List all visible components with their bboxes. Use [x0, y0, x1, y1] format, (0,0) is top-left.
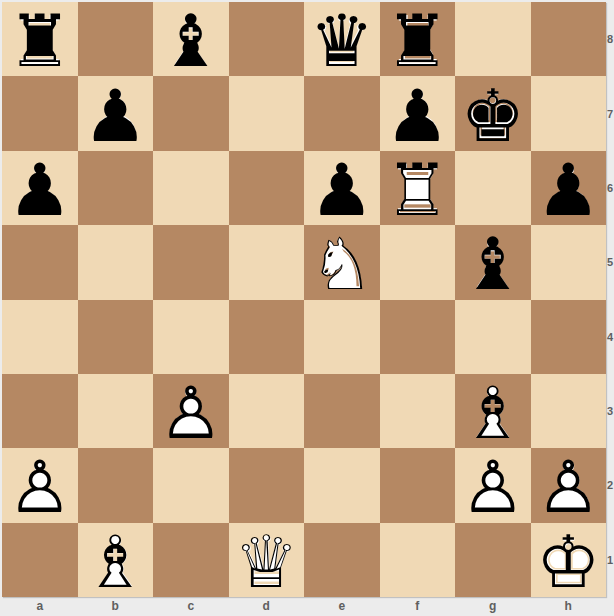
- rank-label-8: 8: [606, 2, 614, 76]
- square-g7[interactable]: ♚︎♚︎: [455, 76, 531, 150]
- square-a6[interactable]: ♟︎♟︎: [2, 151, 78, 225]
- piece-black-queen[interactable]: ♛︎♛︎: [304, 2, 380, 76]
- rank-label-3: 3: [606, 374, 614, 448]
- file-label-g: g: [455, 597, 531, 616]
- board-frame: ♜︎♜︎♝︎♝︎♛︎♛︎♜︎♜︎♟︎♟︎♟︎♟︎♚︎♚︎♟︎♟︎♟︎♟︎♜︎♖︎…: [0, 0, 614, 616]
- file-label-d: d: [229, 597, 305, 616]
- piece-black-pawn[interactable]: ♟︎♟︎: [531, 151, 607, 225]
- piece-white-rook[interactable]: ♜︎♖︎: [380, 151, 456, 225]
- square-c3[interactable]: ♟︎♙︎: [153, 374, 229, 448]
- rank-label-6: 6: [606, 151, 614, 225]
- file-label-b: b: [78, 597, 154, 616]
- square-e6[interactable]: ♟︎♟︎: [304, 151, 380, 225]
- piece-black-pawn[interactable]: ♟︎♟︎: [380, 76, 456, 150]
- piece-white-king[interactable]: ♚︎♔︎: [531, 523, 607, 597]
- piece-black-bishop[interactable]: ♝︎♝︎: [455, 225, 531, 299]
- square-f2[interactable]: [380, 448, 456, 522]
- square-c8[interactable]: ♝︎♝︎: [153, 2, 229, 76]
- square-g5[interactable]: ♝︎♝︎: [455, 225, 531, 299]
- piece-white-pawn[interactable]: ♟︎♙︎: [2, 448, 78, 522]
- piece-white-bishop[interactable]: ♝︎♗︎: [455, 374, 531, 448]
- square-d8[interactable]: [229, 2, 305, 76]
- piece-white-pawn[interactable]: ♟︎♙︎: [455, 448, 531, 522]
- square-f7[interactable]: ♟︎♟︎: [380, 76, 456, 150]
- square-f4[interactable]: [380, 300, 456, 374]
- square-f5[interactable]: [380, 225, 456, 299]
- square-g8[interactable]: [455, 2, 531, 76]
- piece-white-pawn[interactable]: ♟︎♙︎: [531, 448, 607, 522]
- file-label-a: a: [2, 597, 78, 616]
- square-a1[interactable]: [2, 523, 78, 597]
- square-a8[interactable]: ♜︎♜︎: [2, 2, 78, 76]
- square-h6[interactable]: ♟︎♟︎: [531, 151, 607, 225]
- piece-black-pawn[interactable]: ♟︎♟︎: [2, 151, 78, 225]
- square-d7[interactable]: [229, 76, 305, 150]
- square-d1[interactable]: ♛︎♕︎: [229, 523, 305, 597]
- square-d4[interactable]: [229, 300, 305, 374]
- square-h3[interactable]: [531, 374, 607, 448]
- piece-black-rook[interactable]: ♜︎♜︎: [380, 2, 456, 76]
- square-a5[interactable]: [2, 225, 78, 299]
- square-b3[interactable]: [78, 374, 154, 448]
- square-c7[interactable]: [153, 76, 229, 150]
- square-f1[interactable]: [380, 523, 456, 597]
- chess-board: ♜︎♜︎♝︎♝︎♛︎♛︎♜︎♜︎♟︎♟︎♟︎♟︎♚︎♚︎♟︎♟︎♟︎♟︎♜︎♖︎…: [2, 2, 606, 597]
- square-h8[interactable]: [531, 2, 607, 76]
- rank-label-4: 4: [606, 300, 614, 374]
- square-c6[interactable]: [153, 151, 229, 225]
- file-label-e: e: [304, 597, 380, 616]
- piece-black-rook[interactable]: ♜︎♜︎: [2, 2, 78, 76]
- rank-coordinates: 87654321: [606, 2, 614, 597]
- rank-label-1: 1: [606, 523, 614, 597]
- square-c1[interactable]: [153, 523, 229, 597]
- piece-black-king[interactable]: ♚︎♚︎: [455, 76, 531, 150]
- square-c2[interactable]: [153, 448, 229, 522]
- square-a2[interactable]: ♟︎♙︎: [2, 448, 78, 522]
- square-e3[interactable]: [304, 374, 380, 448]
- square-e8[interactable]: ♛︎♛︎: [304, 2, 380, 76]
- square-h1[interactable]: ♚︎♔︎: [531, 523, 607, 597]
- square-a4[interactable]: [2, 300, 78, 374]
- square-b5[interactable]: [78, 225, 154, 299]
- square-c5[interactable]: [153, 225, 229, 299]
- file-label-c: c: [153, 597, 229, 616]
- piece-white-pawn[interactable]: ♟︎♙︎: [153, 374, 229, 448]
- piece-white-queen[interactable]: ♛︎♕︎: [229, 523, 305, 597]
- file-label-f: f: [380, 597, 456, 616]
- square-h5[interactable]: [531, 225, 607, 299]
- square-h7[interactable]: [531, 76, 607, 150]
- square-h4[interactable]: [531, 300, 607, 374]
- rank-label-5: 5: [606, 225, 614, 299]
- square-a3[interactable]: [2, 374, 78, 448]
- square-d5[interactable]: [229, 225, 305, 299]
- square-g6[interactable]: [455, 151, 531, 225]
- square-c4[interactable]: [153, 300, 229, 374]
- square-b7[interactable]: ♟︎♟︎: [78, 76, 154, 150]
- square-b6[interactable]: [78, 151, 154, 225]
- rank-label-2: 2: [606, 448, 614, 522]
- square-e4[interactable]: [304, 300, 380, 374]
- piece-white-bishop[interactable]: ♝︎♗︎: [78, 523, 154, 597]
- square-f6[interactable]: ♜︎♖︎: [380, 151, 456, 225]
- square-e1[interactable]: [304, 523, 380, 597]
- square-e2[interactable]: [304, 448, 380, 522]
- square-d2[interactable]: [229, 448, 305, 522]
- square-d6[interactable]: [229, 151, 305, 225]
- square-g2[interactable]: ♟︎♙︎: [455, 448, 531, 522]
- square-b4[interactable]: [78, 300, 154, 374]
- square-e5[interactable]: ♞︎♘︎: [304, 225, 380, 299]
- square-b8[interactable]: [78, 2, 154, 76]
- square-e7[interactable]: [304, 76, 380, 150]
- square-d3[interactable]: [229, 374, 305, 448]
- file-label-h: h: [531, 597, 607, 616]
- square-g1[interactable]: [455, 523, 531, 597]
- piece-black-pawn[interactable]: ♟︎♟︎: [304, 151, 380, 225]
- piece-white-knight[interactable]: ♞︎♘︎: [304, 225, 380, 299]
- piece-black-pawn[interactable]: ♟︎♟︎: [78, 76, 154, 150]
- square-f3[interactable]: [380, 374, 456, 448]
- file-coordinates: abcdefgh: [2, 597, 606, 616]
- rank-label-7: 7: [606, 76, 614, 150]
- square-b1[interactable]: ♝︎♗︎: [78, 523, 154, 597]
- square-h2[interactable]: ♟︎♙︎: [531, 448, 607, 522]
- square-f8[interactable]: ♜︎♜︎: [380, 2, 456, 76]
- piece-black-bishop[interactable]: ♝︎♝︎: [153, 2, 229, 76]
- square-g4[interactable]: [455, 300, 531, 374]
- square-a7[interactable]: [2, 76, 78, 150]
- square-g3[interactable]: ♝︎♗︎: [455, 374, 531, 448]
- square-b2[interactable]: [78, 448, 154, 522]
